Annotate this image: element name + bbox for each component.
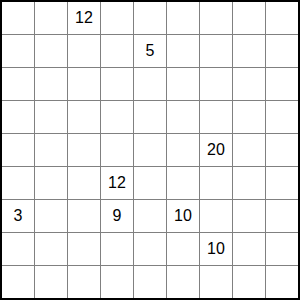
cell-r7c0[interactable] [2, 233, 34, 265]
cell-r7c5[interactable] [167, 233, 199, 265]
cell-r2c5[interactable] [167, 68, 199, 100]
cell-r2c3[interactable] [101, 68, 133, 100]
cell-r3c4[interactable] [134, 101, 166, 133]
cell-r7c8[interactable] [266, 233, 298, 265]
cell-r4c3[interactable] [101, 134, 133, 166]
cell-r4c2[interactable] [68, 134, 100, 166]
cell-r3c8[interactable] [266, 101, 298, 133]
cell-r8c8[interactable] [266, 266, 298, 298]
cell-r8c3[interactable] [101, 266, 133, 298]
cell-r6c2[interactable] [68, 200, 100, 232]
cell-r5c0[interactable] [2, 167, 34, 199]
shikaku-board: 1252012391010 [0, 0, 300, 300]
cell-r8c0[interactable] [2, 266, 34, 298]
cell-r8c1[interactable] [35, 266, 67, 298]
cell-r4c4[interactable] [134, 134, 166, 166]
cell-r7c6-clue[interactable]: 10 [200, 233, 232, 265]
cell-r0c3[interactable] [101, 2, 133, 34]
cell-r6c8[interactable] [266, 200, 298, 232]
cell-r0c0[interactable] [2, 2, 34, 34]
cell-r6c5-clue[interactable]: 10 [167, 200, 199, 232]
cell-r4c7[interactable] [233, 134, 265, 166]
cell-r8c7[interactable] [233, 266, 265, 298]
cell-r0c8[interactable] [266, 2, 298, 34]
cell-r1c5[interactable] [167, 35, 199, 67]
cell-r6c3-clue[interactable]: 9 [101, 200, 133, 232]
cell-r0c7[interactable] [233, 2, 265, 34]
cell-r5c1[interactable] [35, 167, 67, 199]
cell-r2c8[interactable] [266, 68, 298, 100]
cell-r3c3[interactable] [101, 101, 133, 133]
cell-r2c4[interactable] [134, 68, 166, 100]
cell-r6c0-clue[interactable]: 3 [2, 200, 34, 232]
cell-r6c7[interactable] [233, 200, 265, 232]
cell-r3c2[interactable] [68, 101, 100, 133]
cell-r4c8[interactable] [266, 134, 298, 166]
cell-r6c6[interactable] [200, 200, 232, 232]
cell-r4c5[interactable] [167, 134, 199, 166]
cell-r1c0[interactable] [2, 35, 34, 67]
cell-r3c1[interactable] [35, 101, 67, 133]
cell-r2c1[interactable] [35, 68, 67, 100]
cell-r1c6[interactable] [200, 35, 232, 67]
cell-r2c2[interactable] [68, 68, 100, 100]
cell-r0c4[interactable] [134, 2, 166, 34]
cell-r3c6[interactable] [200, 101, 232, 133]
cell-r5c4[interactable] [134, 167, 166, 199]
cell-r6c4[interactable] [134, 200, 166, 232]
cell-r2c7[interactable] [233, 68, 265, 100]
cell-r8c6[interactable] [200, 266, 232, 298]
cell-r4c0[interactable] [2, 134, 34, 166]
cell-r4c6-clue[interactable]: 20 [200, 134, 232, 166]
cell-r2c0[interactable] [2, 68, 34, 100]
cell-r1c7[interactable] [233, 35, 265, 67]
cell-r8c5[interactable] [167, 266, 199, 298]
cell-r1c8[interactable] [266, 35, 298, 67]
cell-r1c3[interactable] [101, 35, 133, 67]
cell-r4c1[interactable] [35, 134, 67, 166]
cell-r7c4[interactable] [134, 233, 166, 265]
cell-r7c1[interactable] [35, 233, 67, 265]
cell-r5c7[interactable] [233, 167, 265, 199]
cell-r3c5[interactable] [167, 101, 199, 133]
cell-r1c2[interactable] [68, 35, 100, 67]
cell-r5c8[interactable] [266, 167, 298, 199]
cell-r5c5[interactable] [167, 167, 199, 199]
cell-r6c1[interactable] [35, 200, 67, 232]
cell-r0c1[interactable] [35, 2, 67, 34]
cell-r8c4[interactable] [134, 266, 166, 298]
cell-r1c4-clue[interactable]: 5 [134, 35, 166, 67]
cell-r5c2[interactable] [68, 167, 100, 199]
cell-r3c0[interactable] [2, 101, 34, 133]
cell-r1c1[interactable] [35, 35, 67, 67]
cell-r0c6[interactable] [200, 2, 232, 34]
cell-r5c6[interactable] [200, 167, 232, 199]
cell-r5c3-clue[interactable]: 12 [101, 167, 133, 199]
cell-r3c7[interactable] [233, 101, 265, 133]
cell-r2c6[interactable] [200, 68, 232, 100]
cell-r0c2-clue[interactable]: 12 [68, 2, 100, 34]
cell-r7c7[interactable] [233, 233, 265, 265]
cell-r7c2[interactable] [68, 233, 100, 265]
cell-r0c5[interactable] [167, 2, 199, 34]
cell-r8c2[interactable] [68, 266, 100, 298]
cell-r7c3[interactable] [101, 233, 133, 265]
